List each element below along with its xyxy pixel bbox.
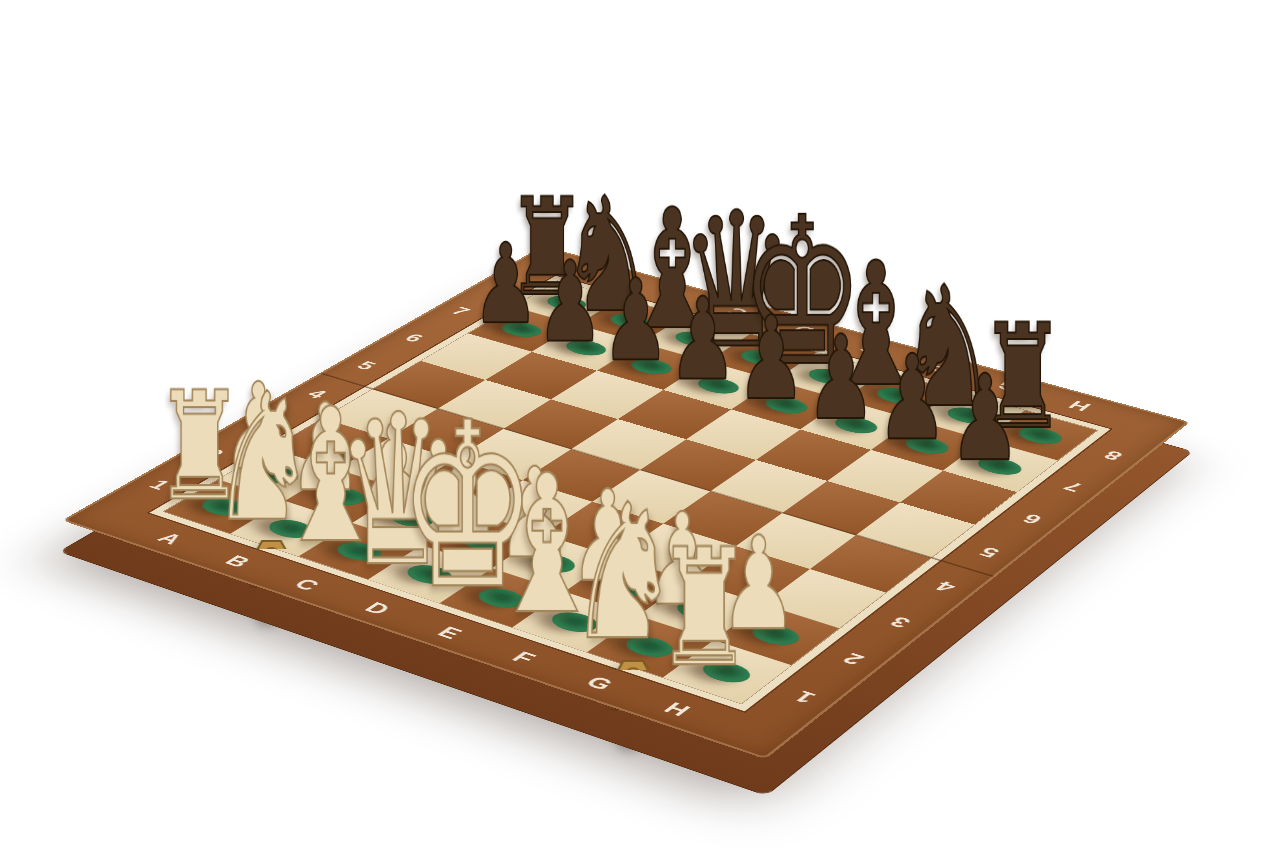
- chess-board: ABCDEFGH ABCDEFGH 87654321 87654321 ♜♞♝♛…: [62, 246, 1190, 759]
- piece-black-pawn-h7[interactable]: ♟: [897, 359, 1074, 477]
- board-frame: ABCDEFGH ABCDEFGH 87654321 87654321 ♜♞♝♛…: [62, 246, 1190, 759]
- maple-inlay: ♜♞♝♛♚♝♞♜♟♟♟♟♟♟♟♟♟♟♟♟♟♟♟♟♜♞♝♛♚♝♞♜: [146, 275, 1113, 713]
- photo-background: ABCDEFGH ABCDEFGH 87654321 87654321 ♜♞♝♛…: [0, 0, 1280, 853]
- piece-white-rook-h1[interactable]: ♜: [606, 527, 802, 689]
